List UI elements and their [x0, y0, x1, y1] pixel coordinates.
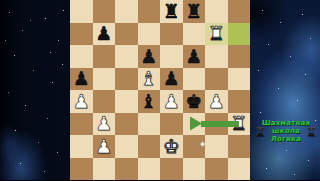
board-square[interactable]	[205, 113, 228, 136]
board-square[interactable]	[70, 113, 93, 136]
stars-left	[0, 0, 1, 1]
board-square[interactable]	[183, 158, 206, 181]
board-square[interactable]	[70, 45, 93, 68]
stars-right	[250, 0, 251, 1]
board-square[interactable]: ♚	[183, 90, 206, 113]
board-square[interactable]: ♟	[70, 68, 93, 91]
board-square[interactable]	[93, 68, 116, 91]
white-rook[interactable]: ♜	[208, 24, 225, 43]
white-pawn[interactable]: ♟	[95, 137, 112, 156]
board-square[interactable]: ♟	[70, 90, 93, 113]
board-square[interactable]	[228, 0, 251, 23]
board-square[interactable]	[160, 113, 183, 136]
space-background-right	[250, 0, 320, 180]
board-square[interactable]	[138, 23, 161, 46]
white-pawn[interactable]: ♟	[73, 92, 90, 111]
board-square[interactable]	[228, 45, 251, 68]
board-square[interactable]	[115, 90, 138, 113]
chess-board[interactable]: ♜♜♟♜♟♟♟♝♟♟♝♟♚♟♟♜♟♚	[70, 0, 250, 180]
board-square[interactable]: ♟	[138, 45, 161, 68]
board-square[interactable]	[138, 158, 161, 181]
board-square[interactable]	[183, 113, 206, 136]
board-square[interactable]	[115, 68, 138, 91]
black-pawn[interactable]: ♟	[163, 69, 180, 88]
board-square[interactable]	[205, 0, 228, 23]
board-square[interactable]	[115, 135, 138, 158]
board-square[interactable]: ♝	[138, 68, 161, 91]
rook-icon: ♖	[306, 128, 317, 136]
board-square[interactable]	[228, 158, 251, 181]
board-square[interactable]	[138, 113, 161, 136]
board-square[interactable]: ♟	[205, 90, 228, 113]
board-square[interactable]	[183, 135, 206, 158]
channel-branding: Шахматная школа Логика ♖ ♖	[254, 119, 318, 143]
rook-icon: ♖	[255, 128, 266, 136]
board-square[interactable]	[228, 23, 251, 46]
board-square[interactable]: ♟	[93, 113, 116, 136]
board-square[interactable]	[93, 0, 116, 23]
board-square[interactable]	[93, 45, 116, 68]
white-bishop[interactable]: ♝	[140, 69, 157, 88]
board-square[interactable]	[115, 45, 138, 68]
board-square[interactable]	[205, 158, 228, 181]
board-square[interactable]	[115, 0, 138, 23]
board-square[interactable]	[160, 45, 183, 68]
board-square[interactable]	[228, 90, 251, 113]
white-pawn[interactable]: ♟	[208, 92, 225, 111]
board-square[interactable]: ♝	[138, 90, 161, 113]
white-rook[interactable]: ♜	[230, 114, 247, 133]
white-pawn[interactable]: ♟	[95, 114, 112, 133]
board-square[interactable]	[205, 68, 228, 91]
board-square[interactable]: ♜	[183, 0, 206, 23]
board-square[interactable]	[115, 158, 138, 181]
board-square[interactable]	[115, 23, 138, 46]
board-square[interactable]: ♟	[93, 23, 116, 46]
white-king[interactable]: ♚	[163, 137, 180, 156]
black-pawn[interactable]: ♟	[185, 47, 202, 66]
board-square[interactable]	[70, 158, 93, 181]
board-square[interactable]	[70, 135, 93, 158]
board-square[interactable]: ♟	[160, 68, 183, 91]
black-pawn[interactable]: ♟	[95, 24, 112, 43]
board-square[interactable]	[183, 23, 206, 46]
board-square[interactable]: ♜	[205, 23, 228, 46]
board-square[interactable]: ♟	[93, 135, 116, 158]
board-square[interactable]	[93, 158, 116, 181]
board-square[interactable]: ♚	[160, 135, 183, 158]
board-square[interactable]	[205, 45, 228, 68]
board-square[interactable]	[228, 135, 251, 158]
board-square[interactable]	[228, 68, 251, 91]
board-square[interactable]	[93, 90, 116, 113]
board-square[interactable]: ♜	[228, 113, 251, 136]
board-square[interactable]	[138, 0, 161, 23]
black-king[interactable]: ♚	[185, 92, 202, 111]
video-frame: ♜♜♟♜♟♟♟♝♟♟♝♟♚♟♟♜♟♚ ✦ Шахматная школа Лог…	[0, 0, 320, 180]
black-rook[interactable]: ♜	[163, 2, 180, 21]
board-square[interactable]: ♟	[183, 45, 206, 68]
board-square[interactable]	[183, 68, 206, 91]
board-square[interactable]	[138, 135, 161, 158]
board-square[interactable]	[160, 23, 183, 46]
black-pawn[interactable]: ♟	[73, 69, 90, 88]
board-square[interactable]	[70, 0, 93, 23]
board-square[interactable]	[205, 135, 228, 158]
black-bishop[interactable]: ♝	[140, 92, 157, 111]
black-rook[interactable]: ♜	[185, 2, 202, 21]
board-square[interactable]	[70, 23, 93, 46]
space-background-left	[0, 0, 70, 180]
black-pawn[interactable]: ♟	[140, 47, 157, 66]
board-square[interactable]	[115, 113, 138, 136]
board-square[interactable]: ♜	[160, 0, 183, 23]
board-square[interactable]	[160, 158, 183, 181]
board-square[interactable]: ♟	[160, 90, 183, 113]
white-pawn[interactable]: ♟	[163, 92, 180, 111]
